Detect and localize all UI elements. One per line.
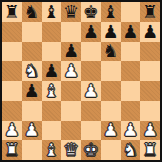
square-c6[interactable]: [42, 42, 62, 62]
square-d1[interactable]: ♛: [61, 140, 81, 160]
square-d2[interactable]: [61, 121, 81, 141]
square-h5[interactable]: [140, 61, 160, 81]
square-e5[interactable]: [81, 61, 101, 81]
square-b2[interactable]: ♟: [22, 121, 42, 141]
square-f6[interactable]: ♞: [101, 42, 121, 62]
piece-white-bishop[interactable]: ♝: [43, 81, 59, 99]
square-f1[interactable]: [101, 140, 121, 160]
square-a2[interactable]: ♟: [2, 121, 22, 141]
square-c3[interactable]: [42, 101, 62, 121]
piece-white-pawn[interactable]: ♟: [83, 81, 99, 99]
square-b8[interactable]: ♞: [22, 2, 42, 22]
square-g2[interactable]: ♟: [121, 121, 141, 141]
square-e1[interactable]: ♚: [81, 140, 101, 160]
square-f4[interactable]: [101, 81, 121, 101]
piece-white-queen[interactable]: ♛: [63, 141, 79, 159]
square-b7[interactable]: [22, 22, 42, 42]
piece-black-pawn[interactable]: ♟: [63, 42, 79, 60]
square-e4[interactable]: ♟: [81, 81, 101, 101]
piece-white-pawn[interactable]: ♟: [63, 62, 79, 80]
piece-black-pawn[interactable]: ♟: [24, 81, 40, 99]
square-e8[interactable]: ♚: [81, 2, 101, 22]
square-b3[interactable]: [22, 101, 42, 121]
square-a4[interactable]: [2, 81, 22, 101]
piece-black-pawn[interactable]: ♟: [122, 22, 138, 40]
board-grid: ♜♞♝♛♚♝♜♟♟♟♟♟♞♞♟♟♟♝♟♟♟♟♟♟♜♝♛♚♞♜: [2, 2, 160, 160]
square-g7[interactable]: ♟: [121, 22, 141, 42]
square-g3[interactable]: [121, 101, 141, 121]
square-a8[interactable]: ♜: [2, 2, 22, 22]
square-f2[interactable]: ♟: [101, 121, 121, 141]
square-a7[interactable]: [2, 22, 22, 42]
piece-white-rook[interactable]: ♜: [142, 141, 158, 159]
square-a5[interactable]: [2, 61, 22, 81]
piece-black-king[interactable]: ♚: [83, 2, 99, 20]
square-h3[interactable]: [140, 101, 160, 121]
square-g8[interactable]: [121, 2, 141, 22]
piece-white-knight[interactable]: ♞: [24, 62, 40, 80]
square-h7[interactable]: ♟: [140, 22, 160, 42]
square-h8[interactable]: ♜: [140, 2, 160, 22]
square-h4[interactable]: [140, 81, 160, 101]
piece-black-pawn[interactable]: ♟: [142, 22, 158, 40]
square-b4[interactable]: ♟: [22, 81, 42, 101]
piece-black-knight[interactable]: ♞: [103, 42, 119, 60]
piece-white-pawn[interactable]: ♟: [24, 121, 40, 139]
square-b5[interactable]: ♞: [22, 61, 42, 81]
piece-black-queen[interactable]: ♛: [63, 2, 79, 20]
square-f7[interactable]: ♟: [101, 22, 121, 42]
square-d4[interactable]: [61, 81, 81, 101]
square-a6[interactable]: [2, 42, 22, 62]
square-e2[interactable]: [81, 121, 101, 141]
piece-black-bishop[interactable]: ♝: [43, 2, 59, 20]
square-g1[interactable]: ♞: [121, 140, 141, 160]
square-d8[interactable]: ♛: [61, 2, 81, 22]
square-b6[interactable]: [22, 42, 42, 62]
square-b1[interactable]: [22, 140, 42, 160]
square-d5[interactable]: ♟: [61, 61, 81, 81]
square-g5[interactable]: [121, 61, 141, 81]
square-a1[interactable]: ♜: [2, 140, 22, 160]
square-e6[interactable]: [81, 42, 101, 62]
square-g4[interactable]: [121, 81, 141, 101]
square-f3[interactable]: [101, 101, 121, 121]
square-c1[interactable]: ♝: [42, 140, 62, 160]
chess-board: ♜♞♝♛♚♝♜♟♟♟♟♟♞♞♟♟♟♝♟♟♟♟♟♟♜♝♛♚♞♜: [0, 0, 162, 162]
square-d7[interactable]: [61, 22, 81, 42]
piece-black-rook[interactable]: ♜: [142, 2, 158, 20]
piece-white-pawn[interactable]: ♟: [122, 121, 138, 139]
square-d3[interactable]: [61, 101, 81, 121]
square-c8[interactable]: ♝: [42, 2, 62, 22]
square-c7[interactable]: [42, 22, 62, 42]
piece-white-rook[interactable]: ♜: [4, 141, 20, 159]
square-g6[interactable]: [121, 42, 141, 62]
square-c4[interactable]: ♝: [42, 81, 62, 101]
square-d6[interactable]: ♟: [61, 42, 81, 62]
piece-black-pawn[interactable]: ♟: [43, 62, 59, 80]
piece-white-king[interactable]: ♚: [83, 141, 99, 159]
piece-black-rook[interactable]: ♜: [4, 2, 20, 20]
square-h1[interactable]: ♜: [140, 140, 160, 160]
square-e7[interactable]: ♟: [81, 22, 101, 42]
piece-black-knight[interactable]: ♞: [24, 2, 40, 20]
piece-white-knight[interactable]: ♞: [122, 141, 138, 159]
piece-white-pawn[interactable]: ♟: [142, 121, 158, 139]
piece-black-pawn[interactable]: ♟: [83, 22, 99, 40]
piece-white-pawn[interactable]: ♟: [4, 121, 20, 139]
square-c2[interactable]: [42, 121, 62, 141]
square-h6[interactable]: [140, 42, 160, 62]
piece-white-pawn[interactable]: ♟: [103, 121, 119, 139]
piece-black-bishop[interactable]: ♝: [103, 2, 119, 20]
square-a3[interactable]: [2, 101, 22, 121]
square-c5[interactable]: ♟: [42, 61, 62, 81]
square-h2[interactable]: ♟: [140, 121, 160, 141]
piece-black-pawn[interactable]: ♟: [103, 22, 119, 40]
square-f8[interactable]: ♝: [101, 2, 121, 22]
square-e3[interactable]: [81, 101, 101, 121]
piece-white-bishop[interactable]: ♝: [43, 141, 59, 159]
square-f5[interactable]: [101, 61, 121, 81]
